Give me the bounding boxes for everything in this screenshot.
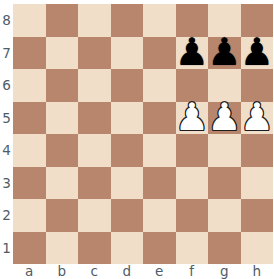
file-label-e: e <box>143 263 176 279</box>
square-a5[interactable] <box>13 102 46 135</box>
square-h2[interactable] <box>241 199 274 232</box>
rank-label-6: 6 <box>0 69 13 102</box>
square-c5[interactable] <box>78 102 111 135</box>
piece-white-pawn-f5[interactable]: ♟ <box>176 102 209 135</box>
square-e1[interactable] <box>143 232 176 265</box>
file-label-f: f <box>176 263 209 279</box>
square-g5[interactable]: ♟ <box>208 102 241 135</box>
square-b1[interactable] <box>46 232 79 265</box>
square-e8[interactable] <box>143 4 176 37</box>
file-label-g: g <box>208 263 241 279</box>
square-b3[interactable] <box>46 167 79 200</box>
rank-label-1: 1 <box>0 232 13 265</box>
chess-board: ♟♟♟♟♟♟ <box>13 4 273 264</box>
square-a6[interactable] <box>13 69 46 102</box>
square-f7[interactable]: ♟ <box>176 37 209 70</box>
square-h3[interactable] <box>241 167 274 200</box>
piece-black-pawn-g7[interactable]: ♟ <box>208 37 241 70</box>
square-a7[interactable] <box>13 37 46 70</box>
square-f3[interactable] <box>176 167 209 200</box>
square-f2[interactable] <box>176 199 209 232</box>
piece-white-pawn-h5[interactable]: ♟ <box>241 102 274 135</box>
piece-white-pawn-g5[interactable]: ♟ <box>208 102 241 135</box>
rank-label-4: 4 <box>0 134 13 167</box>
square-g3[interactable] <box>208 167 241 200</box>
square-a2[interactable] <box>13 199 46 232</box>
rank-labels: 87654321 <box>0 4 13 264</box>
square-c2[interactable] <box>78 199 111 232</box>
square-e3[interactable] <box>143 167 176 200</box>
file-label-c: c <box>78 263 111 279</box>
square-d3[interactable] <box>111 167 144 200</box>
square-d8[interactable] <box>111 4 144 37</box>
square-c8[interactable] <box>78 4 111 37</box>
square-a8[interactable] <box>13 4 46 37</box>
file-label-a: a <box>13 263 46 279</box>
square-b4[interactable] <box>46 134 79 167</box>
square-a4[interactable] <box>13 134 46 167</box>
square-d6[interactable] <box>111 69 144 102</box>
square-c6[interactable] <box>78 69 111 102</box>
square-d1[interactable] <box>111 232 144 265</box>
square-b6[interactable] <box>46 69 79 102</box>
square-e7[interactable] <box>143 37 176 70</box>
piece-black-pawn-h7[interactable]: ♟ <box>241 37 274 70</box>
square-e4[interactable] <box>143 134 176 167</box>
rank-label-3: 3 <box>0 167 13 200</box>
square-f1[interactable] <box>176 232 209 265</box>
square-f5[interactable]: ♟ <box>176 102 209 135</box>
square-h1[interactable] <box>241 232 274 265</box>
rank-label-5: 5 <box>0 102 13 135</box>
square-g1[interactable] <box>208 232 241 265</box>
square-b2[interactable] <box>46 199 79 232</box>
square-h4[interactable] <box>241 134 274 167</box>
square-f4[interactable] <box>176 134 209 167</box>
square-b5[interactable] <box>46 102 79 135</box>
square-h7[interactable]: ♟ <box>241 37 274 70</box>
square-d5[interactable] <box>111 102 144 135</box>
square-c1[interactable] <box>78 232 111 265</box>
file-label-b: b <box>46 263 79 279</box>
rank-label-2: 2 <box>0 199 13 232</box>
square-a1[interactable] <box>13 232 46 265</box>
piece-black-pawn-f7[interactable]: ♟ <box>176 37 209 70</box>
square-e2[interactable] <box>143 199 176 232</box>
square-g2[interactable] <box>208 199 241 232</box>
rank-label-7: 7 <box>0 37 13 70</box>
file-label-d: d <box>111 263 144 279</box>
square-h5[interactable]: ♟ <box>241 102 274 135</box>
square-e6[interactable] <box>143 69 176 102</box>
square-d7[interactable] <box>111 37 144 70</box>
square-g7[interactable]: ♟ <box>208 37 241 70</box>
square-c4[interactable] <box>78 134 111 167</box>
square-a3[interactable] <box>13 167 46 200</box>
square-b8[interactable] <box>46 4 79 37</box>
square-d4[interactable] <box>111 134 144 167</box>
square-e5[interactable] <box>143 102 176 135</box>
square-c7[interactable] <box>78 37 111 70</box>
rank-label-8: 8 <box>0 4 13 37</box>
chess-diagram: 87654321 ♟♟♟♟♟♟ abcdefgh <box>0 0 273 279</box>
file-labels: abcdefgh <box>13 263 273 279</box>
file-label-h: h <box>241 263 274 279</box>
square-d2[interactable] <box>111 199 144 232</box>
square-b7[interactable] <box>46 37 79 70</box>
square-g4[interactable] <box>208 134 241 167</box>
square-c3[interactable] <box>78 167 111 200</box>
